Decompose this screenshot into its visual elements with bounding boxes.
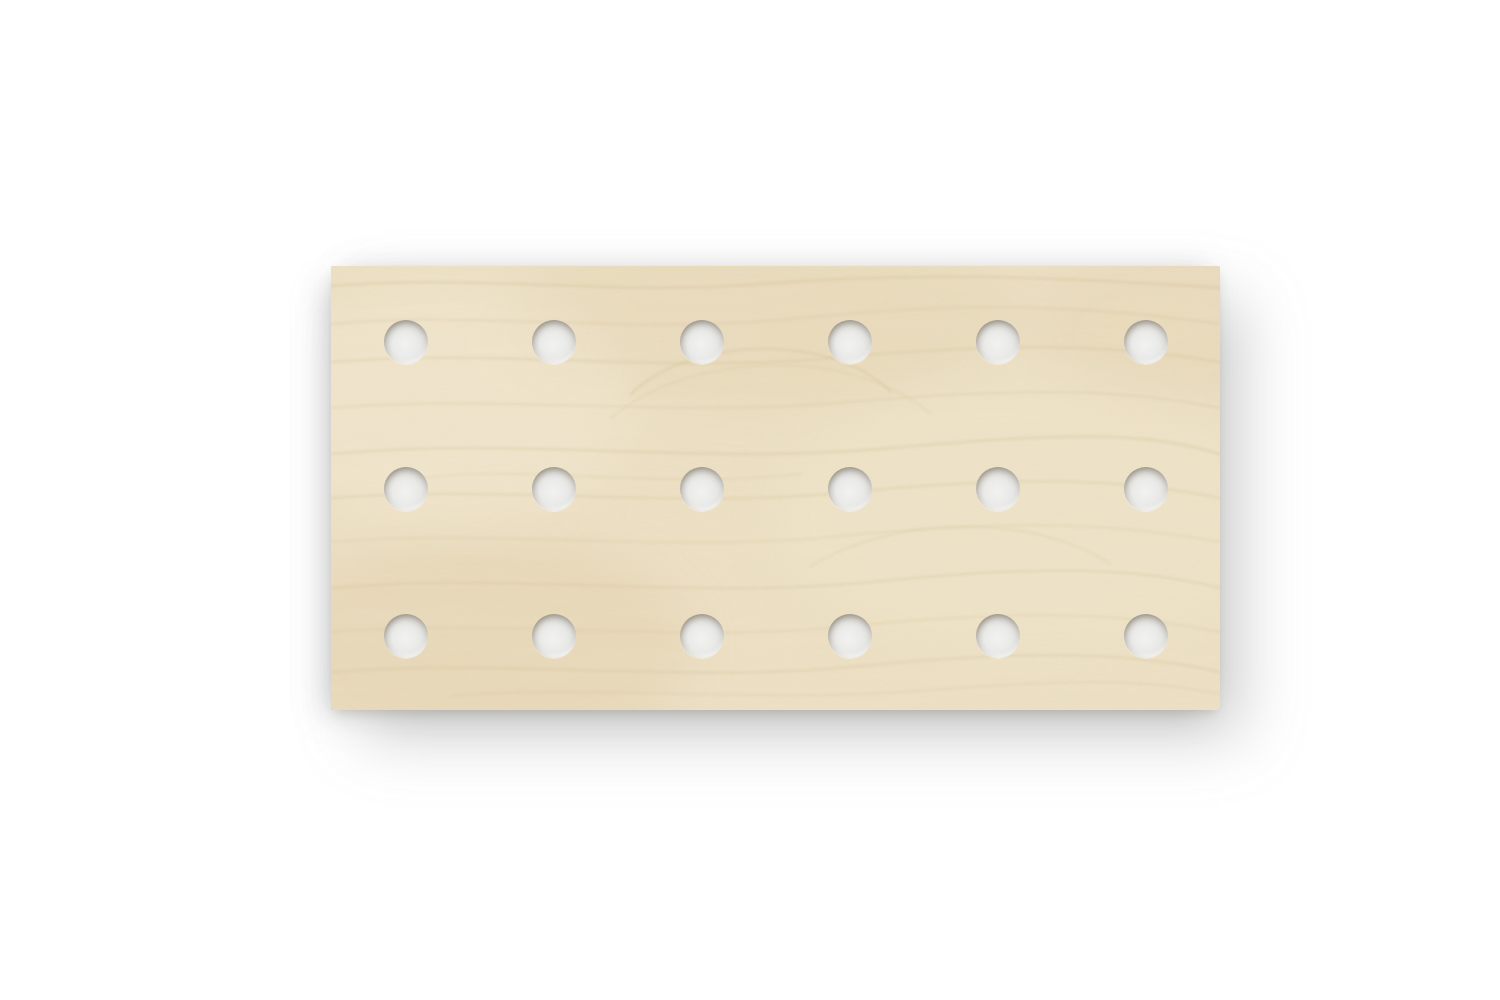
hole-cell[interactable]: [628, 415, 776, 562]
hole-cell[interactable]: [1072, 415, 1220, 562]
photo-background: [0, 0, 1500, 1000]
empty-hole[interactable]: [1124, 614, 1168, 658]
empty-hole[interactable]: [828, 467, 872, 511]
empty-hole[interactable]: [680, 614, 724, 658]
empty-hole[interactable]: [680, 320, 724, 364]
hole-cell[interactable]: [332, 562, 480, 709]
empty-hole[interactable]: [384, 467, 428, 511]
hole-cell[interactable]: [776, 562, 924, 709]
empty-hole[interactable]: [976, 467, 1020, 511]
hole-cell[interactable]: [628, 268, 776, 415]
hole-cell[interactable]: [480, 415, 628, 562]
empty-hole[interactable]: [532, 614, 576, 658]
empty-hole[interactable]: [384, 320, 428, 364]
hole-cell[interactable]: [628, 562, 776, 709]
hole-cell[interactable]: [332, 415, 480, 562]
hole-cell[interactable]: [924, 268, 1072, 415]
hole-cell[interactable]: [480, 268, 628, 415]
empty-hole[interactable]: [1124, 320, 1168, 364]
empty-hole[interactable]: [976, 320, 1020, 364]
holes-grid: [332, 268, 1220, 709]
hole-cell[interactable]: [776, 268, 924, 415]
hole-cell[interactable]: [480, 562, 628, 709]
empty-hole[interactable]: [1124, 467, 1168, 511]
pegboard: [331, 266, 1220, 710]
empty-hole[interactable]: [384, 614, 428, 658]
empty-hole[interactable]: [680, 467, 724, 511]
empty-hole[interactable]: [532, 320, 576, 364]
hole-cell[interactable]: [776, 415, 924, 562]
empty-hole[interactable]: [532, 467, 576, 511]
hole-cell[interactable]: [332, 268, 480, 415]
hole-cell[interactable]: [1072, 268, 1220, 415]
empty-hole[interactable]: [828, 614, 872, 658]
hole-cell[interactable]: [924, 562, 1072, 709]
hole-cell[interactable]: [924, 415, 1072, 562]
hole-cell[interactable]: [1072, 562, 1220, 709]
empty-hole[interactable]: [976, 614, 1020, 658]
empty-hole[interactable]: [828, 320, 872, 364]
